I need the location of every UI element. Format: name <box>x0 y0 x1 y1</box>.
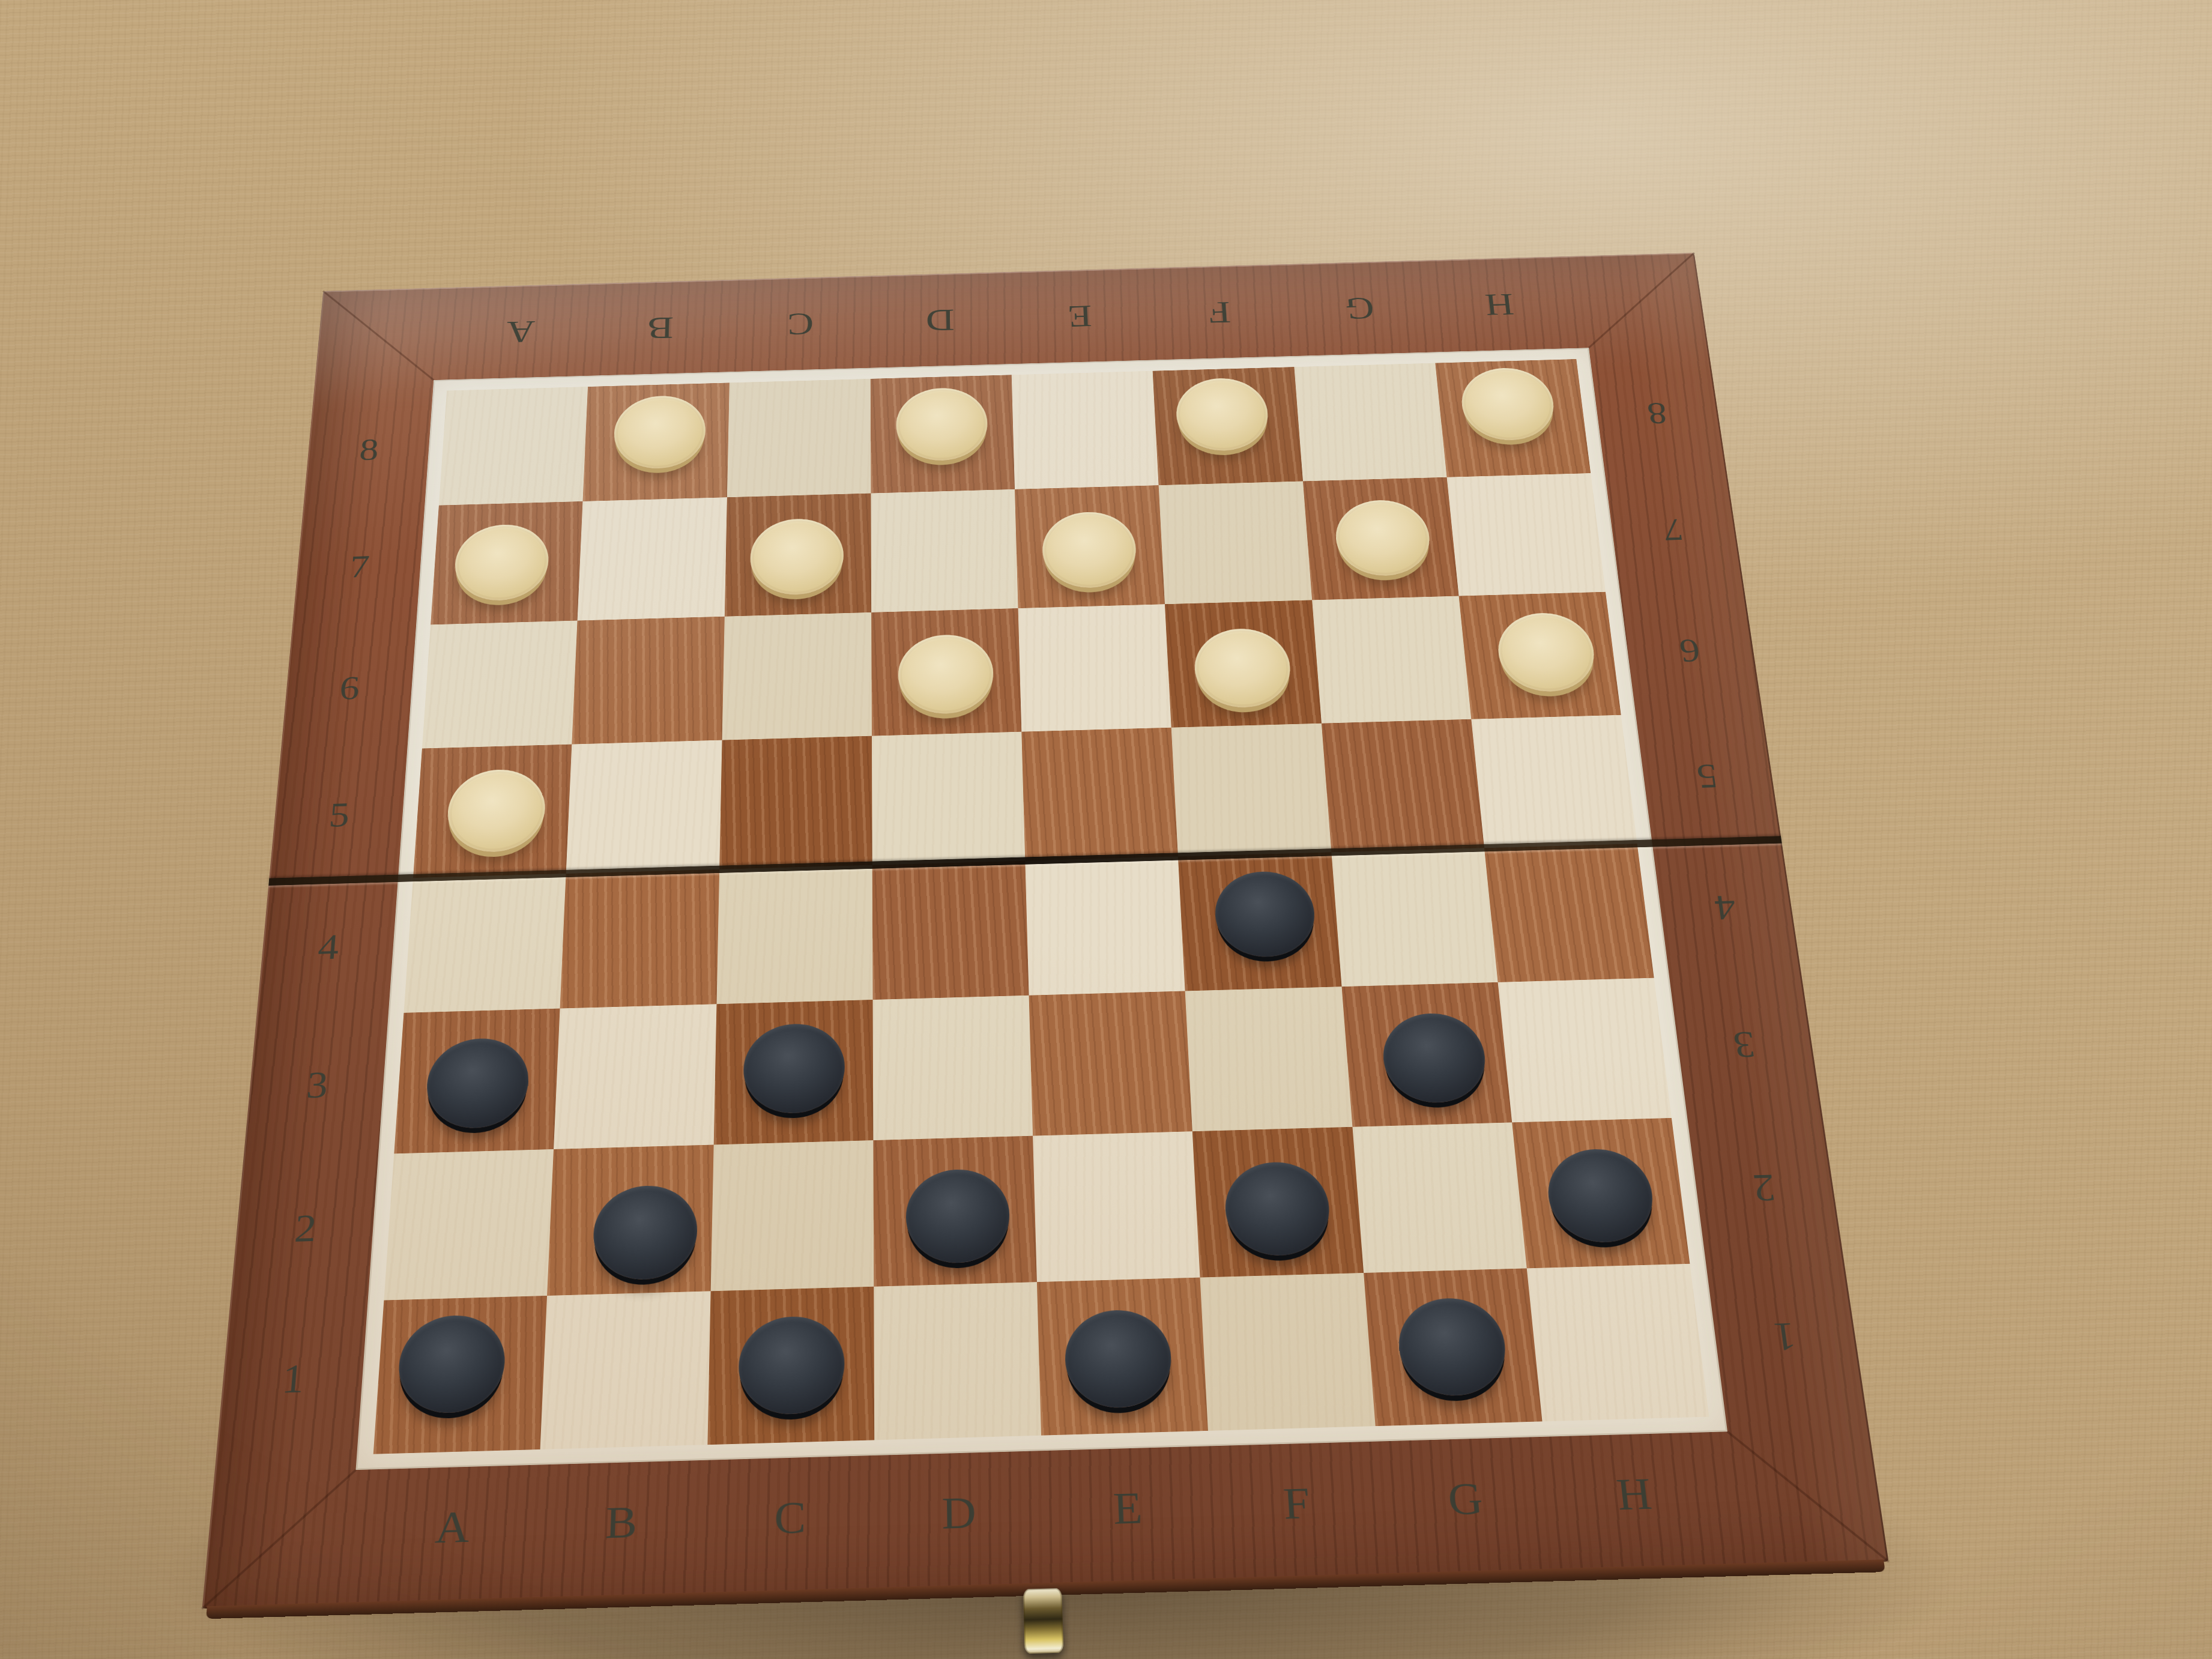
checker-white-f8[interactable]: ⛀ <box>1174 377 1270 452</box>
black-man-glyph: ⛂ <box>1064 1312 1065 1313</box>
checker-white-c7[interactable]: ⛀ <box>749 518 843 596</box>
square-e2[interactable] <box>1033 1131 1200 1283</box>
square-h4[interactable] <box>1484 844 1654 982</box>
white-man-glyph: ⛀ <box>1174 379 1175 380</box>
white-man-glyph: ⛀ <box>898 636 898 636</box>
square-g6[interactable] <box>1312 596 1471 724</box>
rank-label-left-2: 2 <box>245 1154 365 1304</box>
square-h6[interactable]: ⛀ <box>1458 591 1621 719</box>
file-label-top-c: C <box>730 284 870 364</box>
white-man-glyph: ⛀ <box>458 526 458 527</box>
square-c6[interactable] <box>722 612 872 740</box>
square-d6[interactable]: ⛀ <box>871 608 1021 736</box>
checker-black-a1[interactable]: ⛂ <box>396 1314 507 1414</box>
white-man-glyph: ⛀ <box>1041 513 1042 514</box>
square-h7[interactable] <box>1446 473 1606 596</box>
black-man-glyph: ⛂ <box>1213 873 1213 874</box>
square-d4[interactable] <box>872 861 1029 1000</box>
square-a2[interactable] <box>384 1149 554 1301</box>
square-g7[interactable]: ⛀ <box>1303 477 1459 600</box>
checker-black-d2[interactable]: ⛂ <box>905 1168 1011 1265</box>
square-b1[interactable] <box>540 1292 710 1449</box>
square-c8[interactable] <box>727 379 871 497</box>
file-label-bottom-c: C <box>704 1460 874 1576</box>
checker-white-a7[interactable]: ⛀ <box>453 524 550 602</box>
file-label-top-a: A <box>448 292 592 373</box>
white-man-glyph: ⛀ <box>450 771 451 772</box>
square-g2[interactable] <box>1352 1122 1527 1273</box>
rank-label-left-1: 1 <box>231 1301 354 1458</box>
square-a5[interactable]: ⛀ <box>413 745 572 878</box>
black-man-glyph: ⛂ <box>739 1318 740 1319</box>
white-man-glyph: ⛀ <box>896 390 896 390</box>
square-b7[interactable] <box>578 497 727 620</box>
checker-black-a3[interactable]: ⛂ <box>425 1037 531 1129</box>
square-g1[interactable]: ⛂ <box>1364 1269 1543 1427</box>
square-e1[interactable]: ⛂ <box>1037 1278 1208 1436</box>
square-f8[interactable]: ⛀ <box>1153 367 1303 485</box>
rank-label-left-3: 3 <box>258 1014 375 1157</box>
square-a8[interactable] <box>439 387 588 505</box>
square-f7[interactable] <box>1159 481 1312 604</box>
rank-label-right-3: 3 <box>1682 974 1807 1117</box>
table-surface: ABCDEFGH ABCDEFGH 87654321 87654321 ⛀⛀⛀⛀… <box>0 0 2212 1659</box>
square-c7[interactable]: ⛀ <box>724 493 871 616</box>
file-label-top-g: G <box>1287 268 1433 349</box>
black-man-glyph: ⛂ <box>1223 1164 1224 1164</box>
square-h8[interactable]: ⛀ <box>1435 359 1591 477</box>
checker-white-d6[interactable]: ⛀ <box>898 633 994 715</box>
rank-label-right-4: 4 <box>1665 840 1787 977</box>
square-a1[interactable]: ⛂ <box>373 1296 548 1454</box>
black-man-glyph: ⛂ <box>905 1171 906 1172</box>
rank-label-left-7: 7 <box>306 506 412 628</box>
square-c5[interactable] <box>719 736 872 869</box>
square-d7[interactable] <box>871 489 1018 612</box>
square-b3[interactable] <box>554 1004 716 1149</box>
rank-label-right-8: 8 <box>1602 355 1713 472</box>
square-f4[interactable]: ⛂ <box>1178 852 1341 991</box>
file-label-top-h: H <box>1425 265 1574 345</box>
file-label-bottom-g: G <box>1377 1441 1556 1558</box>
square-h1[interactable] <box>1527 1264 1709 1421</box>
square-a6[interactable] <box>422 620 578 749</box>
square-e5[interactable] <box>1021 728 1178 861</box>
square-g4[interactable] <box>1331 848 1497 987</box>
checker-white-f6[interactable]: ⛀ <box>1193 627 1293 709</box>
square-f2[interactable]: ⛂ <box>1192 1126 1364 1277</box>
checker-white-a5[interactable]: ⛀ <box>446 769 547 853</box>
square-c2[interactable] <box>710 1140 874 1292</box>
file-label-bottom-e: E <box>1042 1451 1215 1567</box>
white-man-glyph: ⛀ <box>1333 501 1334 502</box>
rank-label-right-2: 2 <box>1700 1114 1828 1263</box>
frame-miter-joint <box>1727 1431 1890 1563</box>
rank-label-right-7: 7 <box>1617 470 1730 591</box>
file-label-top-f: F <box>1148 273 1293 353</box>
white-man-glyph: ⛀ <box>1494 614 1495 615</box>
frame-miter-joint <box>322 291 435 381</box>
file-label-bottom-a: A <box>364 1469 540 1586</box>
square-c4[interactable] <box>716 865 872 1004</box>
black-man-glyph: ⛂ <box>1544 1150 1544 1151</box>
file-label-top-d: D <box>870 280 1011 361</box>
square-a4[interactable] <box>404 874 566 1013</box>
white-man-glyph: ⛀ <box>751 520 752 521</box>
black-man-glyph: ⛂ <box>1395 1299 1395 1300</box>
square-e3[interactable] <box>1029 991 1192 1135</box>
square-d3[interactable] <box>872 996 1033 1140</box>
square-g5[interactable] <box>1321 719 1484 852</box>
square-b2[interactable]: ⛂ <box>547 1144 713 1296</box>
square-a3[interactable]: ⛂ <box>394 1008 560 1153</box>
checker-white-h6[interactable]: ⛀ <box>1494 612 1598 693</box>
white-man-glyph: ⛀ <box>1458 369 1459 370</box>
frame-miter-joint <box>1588 252 1695 348</box>
square-g8[interactable] <box>1294 363 1446 482</box>
file-label-bottom-b: B <box>534 1464 707 1581</box>
file-label-top-b: B <box>589 288 731 369</box>
checker-white-h8[interactable]: ⛀ <box>1458 367 1558 441</box>
square-h2[interactable]: ⛂ <box>1512 1118 1690 1269</box>
white-man-glyph: ⛀ <box>1193 630 1194 631</box>
checker-black-g1[interactable]: ⛂ <box>1395 1297 1509 1397</box>
file-label-bottom-d: D <box>874 1455 1045 1572</box>
square-b5[interactable] <box>566 740 722 874</box>
square-h3[interactable] <box>1497 978 1672 1122</box>
file-label-bottom-f: F <box>1209 1446 1385 1562</box>
checker-white-b8[interactable]: ⛀ <box>613 395 707 470</box>
square-g3[interactable]: ⛂ <box>1341 982 1512 1127</box>
play-area: ⛀⛀⛀⛀⛀⛀⛀⛀⛀⛀⛀⛀⛂⛂⛂⛂⛂⛂⛂⛂⛂⛂⛂⛂ <box>355 348 1727 1470</box>
square-f5[interactable] <box>1171 724 1331 857</box>
file-label-bottom-h: H <box>1544 1436 1726 1553</box>
square-f3[interactable] <box>1185 987 1352 1131</box>
file-label-top-e: E <box>1009 276 1152 357</box>
rank-label-right-5: 5 <box>1648 712 1767 843</box>
square-d1[interactable] <box>874 1282 1041 1440</box>
square-d2[interactable]: ⛂ <box>873 1135 1037 1287</box>
checker-black-b2[interactable]: ⛂ <box>592 1184 698 1281</box>
square-d8[interactable]: ⛀ <box>871 375 1015 493</box>
square-d5[interactable] <box>872 732 1026 865</box>
black-man-glyph: ⛂ <box>402 1317 403 1317</box>
square-b8[interactable]: ⛀ <box>583 382 730 501</box>
checker-black-g3[interactable]: ⛂ <box>1380 1012 1489 1104</box>
checker-black-c3[interactable]: ⛂ <box>743 1023 845 1114</box>
square-b6[interactable] <box>572 616 725 744</box>
checker-white-d8[interactable]: ⛀ <box>896 387 988 462</box>
checker-black-e1[interactable]: ⛂ <box>1064 1309 1174 1409</box>
square-f1[interactable] <box>1200 1273 1375 1431</box>
square-c3[interactable]: ⛂ <box>713 1000 873 1144</box>
rank-label-left-4: 4 <box>271 878 385 1016</box>
checker-black-f2[interactable]: ⛂ <box>1223 1161 1332 1257</box>
checker-black-h2[interactable]: ⛂ <box>1544 1147 1658 1243</box>
black-man-glyph: ⛂ <box>1380 1015 1380 1015</box>
square-f6[interactable]: ⛀ <box>1165 600 1321 728</box>
rank-label-right-1: 1 <box>1720 1260 1851 1416</box>
square-e4[interactable] <box>1025 856 1185 995</box>
square-b4[interactable] <box>560 869 719 1009</box>
square-h5[interactable] <box>1471 715 1637 848</box>
square-a7[interactable]: ⛀ <box>431 501 582 624</box>
rank-label-left-6: 6 <box>294 625 403 752</box>
checker-white-g7[interactable]: ⛀ <box>1333 499 1433 577</box>
play-grid: ⛀⛀⛀⛀⛀⛀⛀⛀⛀⛀⛀⛀⛂⛂⛂⛂⛂⛂⛂⛂⛂⛂⛂⛂ <box>373 359 1709 1454</box>
square-e8[interactable] <box>1012 371 1159 489</box>
frame-miter-joint <box>201 1469 357 1610</box>
rank-label-right-6: 6 <box>1633 588 1749 715</box>
black-man-glyph: ⛂ <box>744 1026 745 1026</box>
black-man-glyph: ⛂ <box>595 1187 596 1188</box>
checker-white-e7[interactable]: ⛀ <box>1041 511 1137 589</box>
brass-clasp <box>1023 1588 1063 1654</box>
black-man-glyph: ⛂ <box>430 1040 431 1041</box>
checkers-board: ABCDEFGH ABCDEFGH 87654321 87654321 ⛀⛀⛀⛀… <box>202 253 1889 1609</box>
white-man-glyph: ⛀ <box>615 397 616 398</box>
checker-black-c1[interactable]: ⛂ <box>738 1315 844 1415</box>
rank-label-left-8: 8 <box>316 391 421 509</box>
rank-label-left-5: 5 <box>283 749 394 881</box>
square-e6[interactable] <box>1018 604 1171 732</box>
square-c1[interactable]: ⛂ <box>707 1287 874 1445</box>
square-e7[interactable]: ⛀ <box>1015 485 1165 608</box>
checker-black-f4[interactable]: ⛂ <box>1213 870 1317 958</box>
